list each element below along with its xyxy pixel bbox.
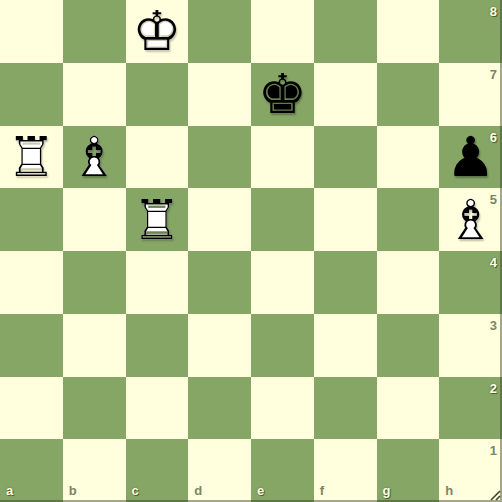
square-g1[interactable]: g — [377, 439, 440, 502]
rank-label-4: 4 — [490, 256, 497, 269]
square-g7[interactable] — [377, 63, 440, 126]
square-h2[interactable]: 2 — [439, 377, 502, 440]
piece-outline-glyph: ♖ — [0, 129, 63, 184]
square-a4[interactable] — [0, 251, 63, 314]
square-f1[interactable]: f — [314, 439, 377, 502]
square-c5[interactable]: ♜♖ — [126, 188, 189, 251]
square-b7[interactable] — [63, 63, 126, 126]
square-d5[interactable] — [188, 188, 251, 251]
square-e4[interactable] — [251, 251, 314, 314]
square-b6[interactable]: ♝♗ — [63, 126, 126, 189]
square-a6[interactable]: ♜♖ — [0, 126, 63, 189]
piece-outline-glyph: ♔ — [126, 4, 189, 59]
file-label-f: f — [320, 484, 324, 497]
square-c8[interactable]: ♚♔ — [126, 0, 189, 63]
square-d3[interactable] — [188, 314, 251, 377]
square-h6[interactable]: 6♟ — [439, 126, 502, 189]
square-a5[interactable] — [0, 188, 63, 251]
square-e2[interactable] — [251, 377, 314, 440]
black-king-icon[interactable]: ♚ — [251, 63, 314, 126]
square-b5[interactable] — [63, 188, 126, 251]
square-g6[interactable] — [377, 126, 440, 189]
piece-outline-glyph: ♖ — [126, 192, 189, 247]
square-a3[interactable] — [0, 314, 63, 377]
board-resize-handle[interactable] — [487, 487, 501, 501]
square-c7[interactable] — [126, 63, 189, 126]
square-d4[interactable] — [188, 251, 251, 314]
piece-glyph: ♚ — [251, 67, 314, 122]
square-e6[interactable] — [251, 126, 314, 189]
square-f6[interactable] — [314, 126, 377, 189]
square-c3[interactable] — [126, 314, 189, 377]
square-c1[interactable]: c — [126, 439, 189, 502]
square-c2[interactable] — [126, 377, 189, 440]
chess-board-container: ♚♔8♚7♜♖♝♗6♟♜♖5♝♗432abcdefg1h — [0, 0, 502, 502]
square-g8[interactable] — [377, 0, 440, 63]
file-label-g: g — [383, 484, 391, 497]
square-g3[interactable] — [377, 314, 440, 377]
square-b2[interactable] — [63, 377, 126, 440]
file-label-b: b — [69, 484, 77, 497]
rank-label-8: 8 — [490, 5, 497, 18]
rank-label-3: 3 — [490, 319, 497, 332]
square-h8[interactable]: 8 — [439, 0, 502, 63]
piece-glyph: ♟ — [439, 129, 502, 184]
square-h7[interactable]: 7 — [439, 63, 502, 126]
square-h5[interactable]: 5♝♗ — [439, 188, 502, 251]
square-e7[interactable]: ♚ — [251, 63, 314, 126]
square-f8[interactable] — [314, 0, 377, 63]
square-f7[interactable] — [314, 63, 377, 126]
square-h4[interactable]: 4 — [439, 251, 502, 314]
rank-label-7: 7 — [490, 68, 497, 81]
square-b4[interactable] — [63, 251, 126, 314]
square-e3[interactable] — [251, 314, 314, 377]
square-a2[interactable] — [0, 377, 63, 440]
white-rook-icon[interactable]: ♜♖ — [0, 126, 63, 189]
square-f4[interactable] — [314, 251, 377, 314]
piece-outline-glyph: ♗ — [63, 129, 126, 184]
square-a7[interactable] — [0, 63, 63, 126]
square-d7[interactable] — [188, 63, 251, 126]
square-c6[interactable] — [126, 126, 189, 189]
file-label-d: d — [194, 484, 202, 497]
file-label-e: e — [257, 484, 264, 497]
square-h3[interactable]: 3 — [439, 314, 502, 377]
square-d2[interactable] — [188, 377, 251, 440]
square-a1[interactable]: a — [0, 439, 63, 502]
square-g5[interactable] — [377, 188, 440, 251]
square-d6[interactable] — [188, 126, 251, 189]
chess-board: ♚♔8♚7♜♖♝♗6♟♜♖5♝♗432abcdefg1h — [0, 0, 502, 502]
square-f5[interactable] — [314, 188, 377, 251]
white-bishop-icon[interactable]: ♝♗ — [439, 188, 502, 251]
square-b3[interactable] — [63, 314, 126, 377]
white-king-icon[interactable]: ♚♔ — [126, 0, 189, 63]
square-f2[interactable] — [314, 377, 377, 440]
square-c4[interactable] — [126, 251, 189, 314]
square-g2[interactable] — [377, 377, 440, 440]
square-e1[interactable]: e — [251, 439, 314, 502]
square-f3[interactable] — [314, 314, 377, 377]
file-label-a: a — [6, 484, 13, 497]
file-label-c: c — [132, 484, 139, 497]
square-g4[interactable] — [377, 251, 440, 314]
square-d8[interactable] — [188, 0, 251, 63]
white-bishop-icon[interactable]: ♝♗ — [63, 126, 126, 189]
square-e5[interactable] — [251, 188, 314, 251]
piece-outline-glyph: ♗ — [439, 192, 502, 247]
square-d1[interactable]: d — [188, 439, 251, 502]
white-rook-icon[interactable]: ♜♖ — [126, 188, 189, 251]
square-b1[interactable]: b — [63, 439, 126, 502]
file-label-h: h — [445, 484, 453, 497]
black-pawn-icon[interactable]: ♟ — [439, 126, 502, 189]
rank-label-1: 1 — [490, 444, 497, 457]
square-a8[interactable] — [0, 0, 63, 63]
square-b8[interactable] — [63, 0, 126, 63]
square-e8[interactable] — [251, 0, 314, 63]
rank-label-2: 2 — [490, 382, 497, 395]
